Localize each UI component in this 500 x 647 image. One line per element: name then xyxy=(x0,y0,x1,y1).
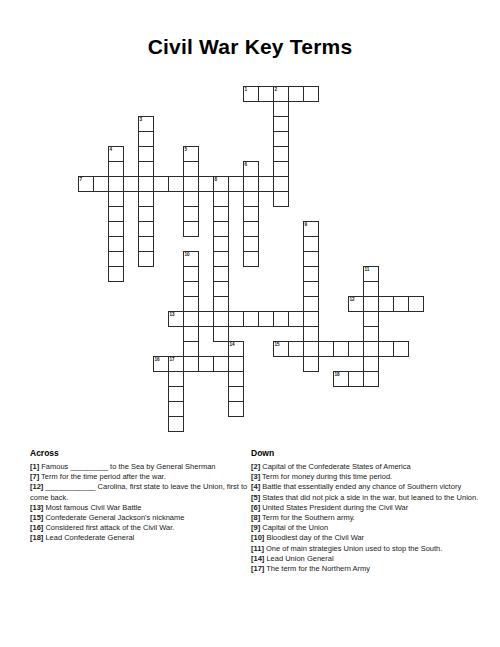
cell-number-6: 6 xyxy=(245,162,248,167)
grid-cell-r11c9[interactable] xyxy=(213,251,229,267)
grid-cell-r18c7[interactable] xyxy=(183,356,199,372)
grid-cell-r6c8[interactable] xyxy=(198,176,214,192)
grid-cell-r6c13[interactable] xyxy=(273,176,289,192)
grid-cell-r7c11[interactable] xyxy=(243,191,259,207)
grid-cell-r20c10[interactable] xyxy=(228,386,244,402)
across-clues-section: Across [1] Famous _________ to the Sea b… xyxy=(30,448,253,544)
cell-number-17: 17 xyxy=(170,357,175,362)
grid-cell-r13c15[interactable] xyxy=(303,281,319,297)
cell-number-15: 15 xyxy=(275,342,280,347)
grid-cell-r10c4[interactable] xyxy=(138,236,154,252)
grid-cell-r15c10[interactable] xyxy=(228,311,244,327)
down-clue-11: [11] One of main strategies Union used t… xyxy=(251,544,486,554)
down-clue-8: [8] Term for the Southern army. xyxy=(251,513,486,523)
across-clue-number-7: [7] xyxy=(30,472,39,481)
grid-cell-r9c7[interactable] xyxy=(183,221,199,237)
grid-cell-r17c15[interactable] xyxy=(303,341,319,357)
grid-cell-r6c3[interactable] xyxy=(123,176,139,192)
down-clue-14: [14] Lead Union General xyxy=(251,554,486,564)
grid-cell-r16c9[interactable] xyxy=(213,326,229,342)
grid-cell-r15c12[interactable] xyxy=(258,311,274,327)
cell-number-1: 1 xyxy=(245,87,248,92)
grid-cell-r12c9[interactable] xyxy=(213,266,229,282)
down-clue-number-5: [5] xyxy=(251,493,260,502)
grid-cell-r7c13[interactable] xyxy=(273,191,289,207)
grid-cell-r0c14[interactable] xyxy=(288,86,304,102)
grid-cell-r16c15[interactable] xyxy=(303,326,319,342)
cell-number-3: 3 xyxy=(140,117,143,122)
grid-cell-r12c15[interactable] xyxy=(303,266,319,282)
across-clue-7: [7] Term for the time period after the w… xyxy=(30,472,253,482)
grid-cell-r19c18[interactable] xyxy=(348,371,364,387)
down-clue-number-8: [8] xyxy=(251,513,260,522)
grid-cell-r18c8[interactable] xyxy=(198,356,214,372)
cell-number-16: 16 xyxy=(155,357,160,362)
down-clue-number-17: [17] xyxy=(251,564,264,573)
grid-cell-r6c7[interactable] xyxy=(183,176,199,192)
grid-cell-r1c13[interactable] xyxy=(273,101,289,117)
across-clue-number-1: [1] xyxy=(30,462,39,471)
grid-cell-r5c13[interactable] xyxy=(273,161,289,177)
grid-cell-r21c6[interactable] xyxy=(168,401,184,417)
grid-cell-r14c15[interactable] xyxy=(303,296,319,312)
grid-cell-r9c11[interactable] xyxy=(243,221,259,237)
grid-cell-r20c6[interactable] xyxy=(168,386,184,402)
down-clue-3: [3] Term for money during this time peri… xyxy=(251,472,486,482)
grid-cell-r10c15[interactable] xyxy=(303,236,319,252)
grid-cell-r6c6[interactable] xyxy=(168,176,184,192)
cell-number-9: 9 xyxy=(305,222,308,227)
grid-cell-r0c15[interactable] xyxy=(303,86,319,102)
down-clue-6: [6] United States President during the C… xyxy=(251,503,486,513)
across-clue-list: [1] Famous _________ to the Sea by Gener… xyxy=(30,462,253,544)
grid-cell-r21c10[interactable] xyxy=(228,401,244,417)
grid-cell-r17c21[interactable] xyxy=(393,341,409,357)
grid-cell-r3c4[interactable] xyxy=(138,131,154,147)
grid-cell-r5c4[interactable] xyxy=(138,161,154,177)
cell-number-7: 7 xyxy=(80,177,83,182)
cell-number-18: 18 xyxy=(335,372,340,377)
crossword-grid: 171213151618234568910111417 xyxy=(78,86,425,433)
grid-cell-r6c10[interactable] xyxy=(228,176,244,192)
grid-cell-r7c7[interactable] xyxy=(183,191,199,207)
down-clue-2: [2] Capital of the Confederate States of… xyxy=(251,462,486,472)
across-clue-number-12: [12] xyxy=(30,482,43,491)
grid-cell-r17c14[interactable] xyxy=(288,341,304,357)
grid-cell-r14c7[interactable] xyxy=(183,296,199,312)
grid-cell-r11c4[interactable] xyxy=(138,251,154,267)
grid-cell-r6c4[interactable] xyxy=(138,176,154,192)
grid-cell-r18c10[interactable] xyxy=(228,356,244,372)
grid-cell-r8c4[interactable] xyxy=(138,206,154,222)
grid-cell-r15c14[interactable] xyxy=(288,311,304,327)
grid-cell-r14c19[interactable] xyxy=(363,296,379,312)
grid-cell-r17c20[interactable] xyxy=(378,341,394,357)
down-clue-number-9: [9] xyxy=(251,523,260,532)
grid-cell-r19c6[interactable] xyxy=(168,371,184,387)
cell-number-12: 12 xyxy=(350,297,355,302)
down-clues-section: Down [2] Capital of the Confederate Stat… xyxy=(251,448,486,574)
grid-cell-r17c19[interactable] xyxy=(363,341,379,357)
grid-cell-r19c19[interactable] xyxy=(363,371,379,387)
grid-cell-r18c9[interactable] xyxy=(213,356,229,372)
grid-cell-r6c12[interactable] xyxy=(258,176,274,192)
grid-cell-r17c18[interactable] xyxy=(348,341,364,357)
grid-cell-r8c2[interactable] xyxy=(108,206,124,222)
grid-cell-r5c2[interactable] xyxy=(108,161,124,177)
grid-cell-r11c15[interactable] xyxy=(303,251,319,267)
across-clue-1: [1] Famous _________ to the Sea by Gener… xyxy=(30,462,253,472)
grid-cell-r13c9[interactable] xyxy=(213,281,229,297)
grid-cell-r6c11[interactable] xyxy=(243,176,259,192)
grid-cell-r16c19[interactable] xyxy=(363,326,379,342)
grid-cell-r8c7[interactable] xyxy=(183,206,199,222)
grid-cell-r9c2[interactable] xyxy=(108,221,124,237)
grid-cell-r11c2[interactable] xyxy=(108,251,124,267)
cell-number-10: 10 xyxy=(185,252,190,257)
grid-cell-r14c9[interactable] xyxy=(213,296,229,312)
grid-cell-r7c2[interactable] xyxy=(108,191,124,207)
down-clue-number-10: [10] xyxy=(251,533,264,542)
grid-cell-r15c7[interactable] xyxy=(183,311,199,327)
down-clue-number-11: [11] xyxy=(251,544,264,553)
down-clue-number-3: [3] xyxy=(251,472,260,481)
down-clue-5: [5] States that did not pick a side in t… xyxy=(251,493,486,503)
across-clue-number-13: [13] xyxy=(30,503,43,512)
cell-number-14: 14 xyxy=(230,342,235,347)
grid-cell-r18c19[interactable] xyxy=(363,356,379,372)
grid-cell-r7c4[interactable] xyxy=(138,191,154,207)
down-clue-list: [2] Capital of the Confederate States of… xyxy=(251,462,486,574)
across-header: Across xyxy=(30,448,253,458)
grid-cell-r12c7[interactable] xyxy=(183,266,199,282)
grid-cell-r3c13[interactable] xyxy=(273,131,289,147)
grid-cell-r15c15[interactable] xyxy=(303,311,319,327)
down-clue-10: [10] Bloodiest day of the Civil War xyxy=(251,533,486,543)
down-clue-4: [4] Battle that essentially ended any ch… xyxy=(251,482,486,492)
down-header: Down xyxy=(251,448,486,458)
grid-cell-r13c7[interactable] xyxy=(183,281,199,297)
grid-cell-r2c13[interactable] xyxy=(273,116,289,132)
across-clue-12: [12] ____________ Carolina, first state … xyxy=(30,482,253,502)
grid-cell-r18c15[interactable] xyxy=(303,356,319,372)
grid-cell-r9c4[interactable] xyxy=(138,221,154,237)
cell-number-4: 4 xyxy=(110,147,113,152)
grid-cell-r14c22[interactable] xyxy=(408,296,424,312)
grid-cell-r5c7[interactable] xyxy=(183,161,199,177)
grid-cell-r4c13[interactable] xyxy=(273,146,289,162)
cell-number-2: 2 xyxy=(275,87,278,92)
grid-cell-r6c1[interactable] xyxy=(93,176,109,192)
grid-cell-r15c9[interactable] xyxy=(213,311,229,327)
grid-cell-r6c2[interactable] xyxy=(108,176,124,192)
cell-number-5: 5 xyxy=(185,147,188,152)
cell-number-11: 11 xyxy=(365,267,370,272)
down-clue-17: [17] The term for the Northern Army xyxy=(251,564,486,574)
grid-cell-r13c19[interactable] xyxy=(363,281,379,297)
grid-cell-r14c20[interactable] xyxy=(378,296,394,312)
down-clue-number-2: [2] xyxy=(251,462,260,471)
grid-cell-r15c11[interactable] xyxy=(243,311,259,327)
grid-cell-r12c2[interactable] xyxy=(108,266,124,282)
across-clue-16: [16] Considered first attack of the Civi… xyxy=(30,523,253,533)
grid-cell-r11c11[interactable] xyxy=(243,251,259,267)
grid-cell-r8c11[interactable] xyxy=(243,206,259,222)
across-clue-number-15: [15] xyxy=(30,513,43,522)
across-clue-15: [15] Confederate General Jackson's nickn… xyxy=(30,513,253,523)
across-clue-number-18: [18] xyxy=(30,533,43,542)
grid-cell-r17c7[interactable] xyxy=(183,341,199,357)
grid-cell-r6c5[interactable] xyxy=(153,176,169,192)
grid-cell-r22c6[interactable] xyxy=(168,416,184,432)
grid-cell-r14c21[interactable] xyxy=(393,296,409,312)
across-clue-number-16: [16] xyxy=(30,523,43,532)
down-clue-9: [9] Capital of the Union xyxy=(251,523,486,533)
grid-cell-r0c12[interactable] xyxy=(258,86,274,102)
grid-cell-r17c17[interactable] xyxy=(333,341,349,357)
cell-number-13: 13 xyxy=(170,312,175,317)
grid-cell-r9c9[interactable] xyxy=(213,221,229,237)
cell-number-8: 8 xyxy=(215,177,218,182)
grid-cell-r4c4[interactable] xyxy=(138,146,154,162)
grid-cell-r10c11[interactable] xyxy=(243,236,259,252)
grid-cell-r17c16[interactable] xyxy=(318,341,334,357)
down-clue-number-6: [6] xyxy=(251,503,260,512)
grid-cell-r15c8[interactable] xyxy=(198,311,214,327)
grid-cell-r15c19[interactable] xyxy=(363,311,379,327)
grid-cell-r8c9[interactable] xyxy=(213,206,229,222)
down-clue-number-14: [14] xyxy=(251,554,264,563)
grid-cell-r19c10[interactable] xyxy=(228,371,244,387)
across-clue-13: [13] Most famous Civil War Battle xyxy=(30,503,253,513)
grid-cell-r7c9[interactable] xyxy=(213,191,229,207)
crossword-page: Civil War Key Terms 17121315161823456891… xyxy=(0,0,500,647)
down-clue-number-4: [4] xyxy=(251,482,260,491)
page-title: Civil War Key Terms xyxy=(0,35,500,59)
grid-cell-r10c9[interactable] xyxy=(213,236,229,252)
grid-cell-r16c7[interactable] xyxy=(183,326,199,342)
grid-cell-r15c13[interactable] xyxy=(273,311,289,327)
grid-cell-r10c2[interactable] xyxy=(108,236,124,252)
across-clue-18: [18] Lead Confederate General xyxy=(30,533,253,543)
